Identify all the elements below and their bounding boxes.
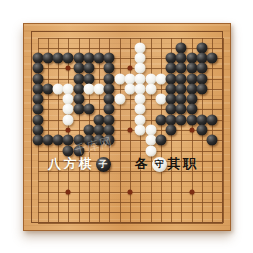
grid-line-h xyxy=(38,223,223,224)
star-point xyxy=(66,128,71,133)
white-stone xyxy=(145,145,156,156)
grid-line-h xyxy=(38,202,223,203)
black-stone xyxy=(207,53,218,64)
black-stone xyxy=(207,114,218,125)
black-stone xyxy=(104,135,115,146)
grid-line-v xyxy=(161,38,162,223)
white-stone xyxy=(145,83,156,94)
black-stone xyxy=(83,104,94,115)
caption-right: 各 守 其职 xyxy=(135,156,199,172)
grid-line-h xyxy=(38,181,223,182)
black-stone xyxy=(73,145,84,156)
grid-line-v xyxy=(223,38,224,223)
board-grid xyxy=(38,38,223,223)
grid-line-v xyxy=(212,38,213,223)
grid-line-h xyxy=(38,212,223,213)
black-stone xyxy=(196,125,207,136)
black-stone-glyph: 子 xyxy=(96,157,111,172)
go-board: 八方棋 子 各 守 其职 千库网 xyxy=(23,23,231,231)
star-point xyxy=(189,189,194,194)
star-point xyxy=(66,189,71,194)
caption-left-text: 八方棋 xyxy=(48,156,95,172)
caption-right-text-a: 各 xyxy=(135,156,151,172)
black-stone xyxy=(196,83,207,94)
white-stone xyxy=(114,94,125,105)
caption-left: 八方棋 子 xyxy=(48,156,111,172)
go-art-illustration: 八方棋 子 各 守 其职 千库网 xyxy=(0,0,253,253)
black-stone xyxy=(207,135,218,146)
star-point xyxy=(128,189,133,194)
star-point xyxy=(66,66,71,71)
star-point xyxy=(128,128,133,133)
white-stone-glyph: 守 xyxy=(152,157,167,172)
white-stone xyxy=(63,114,74,125)
black-stone xyxy=(155,135,166,146)
black-stone xyxy=(166,125,177,136)
star-point xyxy=(128,66,133,71)
star-point xyxy=(189,128,194,133)
caption-right-text-b: 其职 xyxy=(168,156,199,172)
